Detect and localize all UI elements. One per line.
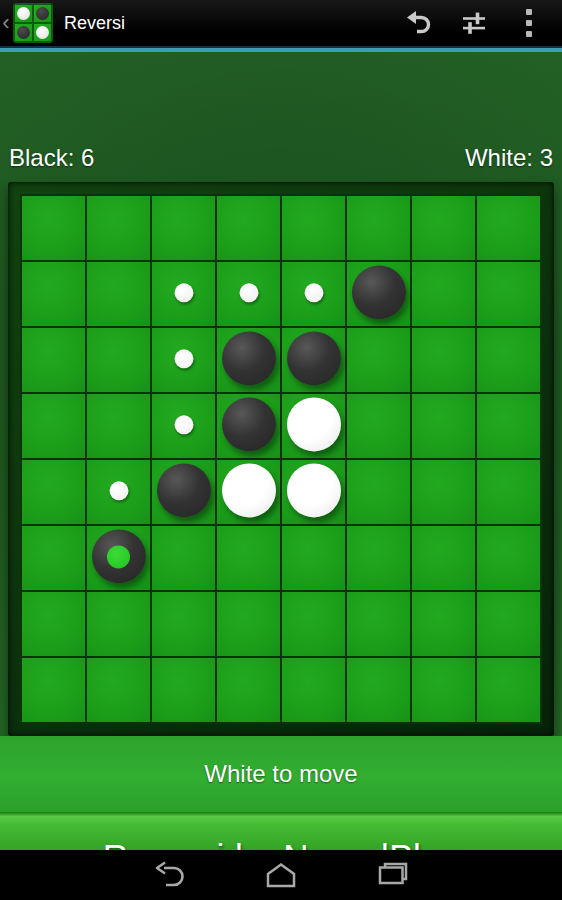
turn-indicator: White to move [204, 760, 357, 788]
cell-d4[interactable] [217, 394, 280, 458]
white-disc-e5 [287, 463, 341, 517]
cell-a7[interactable] [22, 592, 85, 656]
cell-a4[interactable] [22, 394, 85, 458]
reversi-app-screen: ‹ Reversi [0, 0, 562, 900]
cell-f8[interactable] [347, 658, 410, 722]
cell-a8[interactable] [22, 658, 85, 722]
cell-d7[interactable] [217, 592, 280, 656]
cell-b4[interactable] [87, 394, 150, 458]
cell-a1[interactable] [22, 196, 85, 260]
legal-move-hint-e2[interactable] [304, 283, 323, 302]
app-icon-cell [34, 24, 51, 41]
cell-d1[interactable] [217, 196, 280, 260]
cell-g6[interactable] [412, 526, 475, 590]
cell-g8[interactable] [412, 658, 475, 722]
black-disc-d4 [222, 397, 276, 451]
cell-f1[interactable] [347, 196, 410, 260]
action-bar-buttons [404, 8, 562, 38]
cell-c3[interactable] [152, 328, 215, 392]
tune-settings-icon[interactable] [459, 8, 489, 38]
legal-move-hint-c3[interactable] [174, 349, 193, 368]
cell-c6[interactable] [152, 526, 215, 590]
overflow-menu-icon[interactable] [514, 8, 544, 38]
app-icon[interactable] [13, 3, 53, 43]
black-disc-b6 [92, 529, 146, 583]
cell-b3[interactable] [87, 328, 150, 392]
app-icon-cell [15, 5, 32, 22]
black-disc-c5 [157, 463, 211, 517]
cell-e8[interactable] [282, 658, 345, 722]
white-score: White: 3 [465, 144, 553, 172]
cell-e4[interactable] [282, 394, 345, 458]
cell-g7[interactable] [412, 592, 475, 656]
cell-d8[interactable] [217, 658, 280, 722]
action-bar: ‹ Reversi [0, 0, 562, 46]
cell-f4[interactable] [347, 394, 410, 458]
app-icon-black-disc [36, 7, 49, 20]
cell-f5[interactable] [347, 460, 410, 524]
cell-d3[interactable] [217, 328, 280, 392]
white-disc-d5 [222, 463, 276, 517]
cell-e1[interactable] [282, 196, 345, 260]
cell-b7[interactable] [87, 592, 150, 656]
cell-f6[interactable] [347, 526, 410, 590]
legal-move-hint-c4[interactable] [174, 415, 193, 434]
app-icon-cell [34, 5, 51, 22]
cell-f3[interactable] [347, 328, 410, 392]
cell-c8[interactable] [152, 658, 215, 722]
android-nav-bar [0, 850, 562, 900]
legal-move-hint-b5[interactable] [109, 481, 128, 500]
nav-recents-icon[interactable] [375, 859, 411, 891]
cell-h7[interactable] [477, 592, 540, 656]
cell-a5[interactable] [22, 460, 85, 524]
last-move-marker [107, 545, 130, 568]
cell-a2[interactable] [22, 262, 85, 326]
cell-c1[interactable] [152, 196, 215, 260]
game-area: Black: 6 White: 3 White to move Reversi … [0, 52, 562, 850]
cell-b8[interactable] [87, 658, 150, 722]
app-icon-white-disc [17, 7, 30, 20]
cell-h6[interactable] [477, 526, 540, 590]
cell-b5[interactable] [87, 460, 150, 524]
cell-e7[interactable] [282, 592, 345, 656]
black-disc-f2 [352, 265, 406, 319]
status-band: White to move [0, 736, 562, 812]
cell-b1[interactable] [87, 196, 150, 260]
cell-a6[interactable] [22, 526, 85, 590]
board-frame [8, 182, 554, 736]
nav-back-icon[interactable] [151, 859, 187, 891]
cell-g1[interactable] [412, 196, 475, 260]
cell-a3[interactable] [22, 328, 85, 392]
score-row: Black: 6 White: 3 [0, 144, 562, 172]
cell-b2[interactable] [87, 262, 150, 326]
cell-g5[interactable] [412, 460, 475, 524]
black-disc-e3 [287, 331, 341, 385]
app-icon-black-disc [17, 26, 30, 39]
reversi-board [20, 194, 542, 724]
app-icon-white-disc [36, 26, 49, 39]
cell-g4[interactable] [412, 394, 475, 458]
cell-d6[interactable] [217, 526, 280, 590]
cell-e5[interactable] [282, 460, 345, 524]
cell-h4[interactable] [477, 394, 540, 458]
cell-g3[interactable] [412, 328, 475, 392]
cell-f2[interactable] [347, 262, 410, 326]
cell-e3[interactable] [282, 328, 345, 392]
cell-e6[interactable] [282, 526, 345, 590]
cell-h1[interactable] [477, 196, 540, 260]
up-caret-icon[interactable]: ‹ [1, 0, 11, 46]
cell-d5[interactable] [217, 460, 280, 524]
cell-f7[interactable] [347, 592, 410, 656]
cell-h2[interactable] [477, 262, 540, 326]
app-title: Reversi [64, 13, 125, 34]
black-disc-d3 [222, 331, 276, 385]
cell-c4[interactable] [152, 394, 215, 458]
cell-g2[interactable] [412, 262, 475, 326]
black-score: Black: 6 [9, 144, 94, 172]
cell-c2[interactable] [152, 262, 215, 326]
cell-c5[interactable] [152, 460, 215, 524]
cell-h5[interactable] [477, 460, 540, 524]
legal-move-hint-c2[interactable] [174, 283, 193, 302]
undo-icon[interactable] [404, 8, 434, 38]
cell-h8[interactable] [477, 658, 540, 722]
cell-h3[interactable] [477, 328, 540, 392]
white-disc-e4 [287, 397, 341, 451]
cell-e2[interactable] [282, 262, 345, 326]
cell-c7[interactable] [152, 592, 215, 656]
cell-b6[interactable] [87, 526, 150, 590]
app-icon-cell [15, 24, 32, 41]
nav-home-icon[interactable] [263, 859, 299, 891]
cell-d2[interactable] [217, 262, 280, 326]
legal-move-hint-d2[interactable] [239, 283, 258, 302]
